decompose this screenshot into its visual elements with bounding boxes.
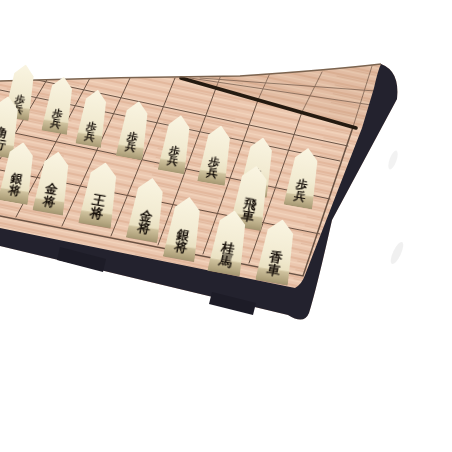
piece-kanji: 兵 [49, 117, 62, 129]
shogi-piece-silver[interactable]: 銀将 [163, 194, 206, 262]
piece-kanji: 将 [89, 206, 105, 221]
shogi-piece-king[interactable]: 王将 [78, 160, 122, 229]
shogi-piece-pawn[interactable]: 歩兵 [116, 99, 153, 160]
piece-kanji: 兵 [124, 142, 137, 154]
shogi-piece-pawn[interactable]: 歩兵 [197, 123, 235, 186]
shogi-piece-gold[interactable]: 金将 [32, 149, 73, 216]
piece-layer: 歩兵歩兵歩兵角行歩兵歩兵歩兵歩兵銀将歩兵金将王将飛車金将銀将桂馬香車 [0, 0, 452, 452]
shogi-board-photo: 歩兵歩兵歩兵角行歩兵歩兵歩兵歩兵銀将歩兵金将王将飛車金将銀将桂馬香車 [0, 0, 452, 452]
shogi-piece-pawn[interactable]: 歩兵 [158, 113, 195, 174]
piece-kanji: 兵 [293, 190, 307, 203]
shogi-piece-pawn[interactable]: 歩兵 [41, 75, 76, 135]
piece-kanji: 兵 [206, 167, 219, 180]
shogi-piece-pawn[interactable]: 歩兵 [284, 145, 323, 209]
piece-kanji: 車 [266, 263, 282, 278]
shogi-piece-gold[interactable]: 金将 [126, 175, 169, 243]
piece-kanji: 兵 [83, 130, 96, 142]
piece-kanji: 将 [136, 221, 151, 235]
piece-kanji: 行 [0, 139, 7, 153]
piece-kanji: 兵 [166, 156, 179, 168]
piece-kanji: 馬 [218, 254, 234, 269]
piece-kanji: 将 [7, 185, 21, 199]
shogi-piece-lance[interactable]: 香車 [255, 217, 299, 286]
piece-kanji: 将 [173, 240, 188, 254]
shogi-piece-pawn[interactable]: 歩兵 [75, 88, 110, 148]
piece-kanji: 将 [42, 195, 57, 209]
